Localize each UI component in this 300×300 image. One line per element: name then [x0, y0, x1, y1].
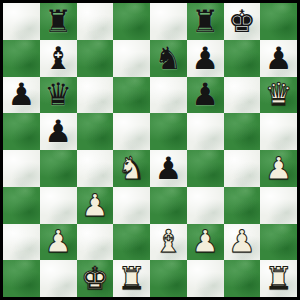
- square-h7[interactable]: ♟: [260, 40, 297, 77]
- white-bishop-piece[interactable]: ♝: [154, 226, 182, 257]
- black-pawn-piece[interactable]: ♟: [191, 79, 219, 110]
- square-a2[interactable]: [3, 224, 40, 261]
- square-g1[interactable]: [224, 260, 261, 297]
- square-e2[interactable]: ♝: [150, 224, 187, 261]
- square-d5[interactable]: [113, 113, 150, 150]
- square-g5[interactable]: [224, 113, 261, 150]
- square-a5[interactable]: [3, 113, 40, 150]
- chess-board-frame: ♜♜♚♝♞♟♟♟♛♟♛♟♞♟♟♟♟♝♟♟♚♜♜: [0, 0, 300, 300]
- square-e1[interactable]: [150, 260, 187, 297]
- square-g2[interactable]: ♟: [224, 224, 261, 261]
- square-f5[interactable]: [187, 113, 224, 150]
- square-h2[interactable]: [260, 224, 297, 261]
- square-a7[interactable]: [3, 40, 40, 77]
- square-c8[interactable]: [77, 3, 114, 40]
- black-pawn-piece[interactable]: ♟: [44, 116, 72, 147]
- white-king-piece[interactable]: ♚: [81, 263, 109, 294]
- square-f4[interactable]: [187, 150, 224, 187]
- white-pawn-piece[interactable]: ♟: [81, 190, 109, 221]
- white-rook-piece[interactable]: ♜: [118, 263, 146, 294]
- square-h1[interactable]: ♜: [260, 260, 297, 297]
- black-pawn-piece[interactable]: ♟: [191, 43, 219, 74]
- square-b5[interactable]: ♟: [40, 113, 77, 150]
- square-a1[interactable]: [3, 260, 40, 297]
- white-rook-piece[interactable]: ♜: [265, 263, 293, 294]
- square-h3[interactable]: [260, 187, 297, 224]
- square-a4[interactable]: [3, 150, 40, 187]
- black-pawn-piece[interactable]: ♟: [7, 79, 35, 110]
- square-f2[interactable]: ♟: [187, 224, 224, 261]
- square-a8[interactable]: [3, 3, 40, 40]
- black-pawn-piece[interactable]: ♟: [154, 153, 182, 184]
- square-d1[interactable]: ♜: [113, 260, 150, 297]
- square-g4[interactable]: [224, 150, 261, 187]
- square-g6[interactable]: [224, 77, 261, 114]
- white-pawn-piece[interactable]: ♟: [228, 226, 256, 257]
- black-queen-piece[interactable]: ♛: [44, 79, 72, 110]
- square-e6[interactable]: [150, 77, 187, 114]
- square-a6[interactable]: ♟: [3, 77, 40, 114]
- square-b8[interactable]: ♜: [40, 3, 77, 40]
- black-rook-piece[interactable]: ♜: [44, 6, 72, 37]
- black-knight-piece[interactable]: ♞: [154, 43, 182, 74]
- square-c4[interactable]: [77, 150, 114, 187]
- square-b2[interactable]: ♟: [40, 224, 77, 261]
- square-h4[interactable]: ♟: [260, 150, 297, 187]
- square-d7[interactable]: [113, 40, 150, 77]
- white-pawn-piece[interactable]: ♟: [265, 153, 293, 184]
- square-b6[interactable]: ♛: [40, 77, 77, 114]
- square-d4[interactable]: ♞: [113, 150, 150, 187]
- square-c6[interactable]: [77, 77, 114, 114]
- white-queen-piece[interactable]: ♛: [265, 79, 293, 110]
- square-f8[interactable]: ♜: [187, 3, 224, 40]
- square-b3[interactable]: [40, 187, 77, 224]
- square-b7[interactable]: ♝: [40, 40, 77, 77]
- black-king-piece[interactable]: ♚: [228, 6, 256, 37]
- square-h8[interactable]: [260, 3, 297, 40]
- square-f6[interactable]: ♟: [187, 77, 224, 114]
- square-f1[interactable]: [187, 260, 224, 297]
- square-e5[interactable]: [150, 113, 187, 150]
- chess-board: ♜♜♚♝♞♟♟♟♛♟♛♟♞♟♟♟♟♝♟♟♚♜♜: [3, 3, 297, 297]
- square-e8[interactable]: [150, 3, 187, 40]
- square-a3[interactable]: [3, 187, 40, 224]
- white-knight-piece[interactable]: ♞: [118, 153, 146, 184]
- square-e4[interactable]: ♟: [150, 150, 187, 187]
- square-c1[interactable]: ♚: [77, 260, 114, 297]
- square-c3[interactable]: ♟: [77, 187, 114, 224]
- square-e3[interactable]: [150, 187, 187, 224]
- square-d2[interactable]: [113, 224, 150, 261]
- square-c7[interactable]: [77, 40, 114, 77]
- square-c2[interactable]: [77, 224, 114, 261]
- black-rook-piece[interactable]: ♜: [191, 6, 219, 37]
- square-b4[interactable]: [40, 150, 77, 187]
- square-f3[interactable]: [187, 187, 224, 224]
- white-pawn-piece[interactable]: ♟: [191, 226, 219, 257]
- square-b1[interactable]: [40, 260, 77, 297]
- square-h5[interactable]: [260, 113, 297, 150]
- square-g8[interactable]: ♚: [224, 3, 261, 40]
- square-f7[interactable]: ♟: [187, 40, 224, 77]
- square-g7[interactable]: [224, 40, 261, 77]
- square-d3[interactable]: [113, 187, 150, 224]
- black-pawn-piece[interactable]: ♟: [265, 43, 293, 74]
- white-pawn-piece[interactable]: ♟: [44, 226, 72, 257]
- square-c5[interactable]: [77, 113, 114, 150]
- square-e7[interactable]: ♞: [150, 40, 187, 77]
- black-bishop-piece[interactable]: ♝: [44, 43, 72, 74]
- square-g3[interactable]: [224, 187, 261, 224]
- square-d8[interactable]: [113, 3, 150, 40]
- square-h6[interactable]: ♛: [260, 77, 297, 114]
- square-d6[interactable]: [113, 77, 150, 114]
